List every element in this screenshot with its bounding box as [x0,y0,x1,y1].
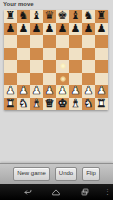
square-g7[interactable]: ♟ [82,23,95,36]
piece-black-pawn[interactable]: ♟ [71,23,81,35]
piece-white-rook[interactable]: ♜ [6,98,16,110]
square-c1[interactable]: ♝ [30,98,43,111]
square-e6[interactable] [56,35,69,48]
square-f1[interactable]: ♝ [69,98,82,111]
piece-black-pawn[interactable]: ♟ [45,23,55,35]
square-a7[interactable]: ♟ [4,23,17,36]
piece-white-pawn[interactable]: ♟ [97,85,107,97]
square-e2[interactable]: ♟ [56,85,69,98]
square-a5[interactable] [4,48,17,61]
square-b7[interactable]: ♟ [17,23,30,36]
square-e1[interactable]: ♚ [56,98,69,111]
square-b1[interactable]: ♞ [17,98,30,111]
back-icon[interactable] [23,187,33,197]
square-g1[interactable]: ♞ [82,98,95,111]
square-a8[interactable]: ♜ [4,10,17,23]
square-c2[interactable]: ♟ [30,85,43,98]
square-h4[interactable] [95,60,108,73]
piece-black-pawn[interactable]: ♟ [97,23,107,35]
square-d7[interactable]: ♟ [43,23,56,36]
chess-board: ♜♞♝♛♚♝♞♜♟♟♟♟♟♟♟♟♟♟♟♟♟♟♟♟♜♞♝♛♚♝♞♜ [4,10,108,110]
square-a4[interactable] [4,60,17,73]
square-f6[interactable] [69,35,82,48]
square-g8[interactable]: ♞ [82,10,95,23]
piece-white-bishop[interactable]: ♝ [71,98,81,110]
square-b4[interactable] [17,60,30,73]
menu-icon[interactable]: ⋮ [104,188,111,196]
square-g6[interactable] [82,35,95,48]
piece-black-pawn[interactable]: ♟ [32,23,42,35]
square-e5[interactable] [56,48,69,61]
piece-black-knight[interactable]: ♞ [84,10,94,22]
square-d2[interactable]: ♟ [43,85,56,98]
piece-white-pawn[interactable]: ♟ [71,85,81,97]
undo-button[interactable]: Undo [55,167,77,180]
piece-black-rook[interactable]: ♜ [97,10,107,22]
app-screen: Your move ♜♞♝♛♚♝♞♜♟♟♟♟♟♟♟♟♟♟♟♟♟♟♟♟♜♞♝♛♚♝… [0,0,113,200]
flip-button[interactable]: Flip [82,167,100,180]
square-h1[interactable]: ♜ [95,98,108,111]
piece-white-knight[interactable]: ♞ [19,98,29,110]
square-f2[interactable]: ♟ [69,85,82,98]
square-h6[interactable] [95,35,108,48]
square-c8[interactable]: ♝ [30,10,43,23]
recents-icon[interactable] [80,187,90,197]
square-f4[interactable] [69,60,82,73]
square-g4[interactable] [82,60,95,73]
square-h5[interactable] [95,48,108,61]
piece-black-pawn[interactable]: ♟ [58,23,68,35]
square-d4[interactable] [43,60,56,73]
square-f5[interactable] [69,48,82,61]
square-b6[interactable] [17,35,30,48]
square-f7[interactable]: ♟ [69,23,82,36]
piece-black-bishop[interactable]: ♝ [32,10,42,22]
square-c5[interactable] [30,48,43,61]
square-b5[interactable] [17,48,30,61]
square-a2[interactable]: ♟ [4,85,17,98]
square-d8[interactable]: ♛ [43,10,56,23]
piece-black-pawn[interactable]: ♟ [6,23,16,35]
piece-white-pawn[interactable]: ♟ [19,85,29,97]
android-nav-bar: ⋮ [0,184,113,200]
square-h8[interactable]: ♜ [95,10,108,23]
new-game-button[interactable]: New game [13,167,50,180]
square-h2[interactable]: ♟ [95,85,108,98]
square-d6[interactable] [43,35,56,48]
piece-black-knight[interactable]: ♞ [19,10,29,22]
piece-white-pawn[interactable]: ♟ [32,85,42,97]
piece-black-pawn[interactable]: ♟ [19,23,29,35]
square-e7[interactable]: ♟ [56,23,69,36]
home-icon[interactable] [51,187,61,197]
square-g2[interactable]: ♟ [82,85,95,98]
square-c7[interactable]: ♟ [30,23,43,36]
square-e4[interactable] [56,60,69,73]
square-c6[interactable] [30,35,43,48]
square-h7[interactable]: ♟ [95,23,108,36]
piece-black-pawn[interactable]: ♟ [84,23,94,35]
piece-white-pawn[interactable]: ♟ [45,85,55,97]
piece-white-knight[interactable]: ♞ [84,98,94,110]
square-b8[interactable]: ♞ [17,10,30,23]
square-a1[interactable]: ♜ [4,98,17,111]
piece-white-king[interactable]: ♚ [58,98,68,110]
square-d5[interactable] [43,48,56,61]
square-f8[interactable]: ♝ [69,10,82,23]
piece-white-pawn[interactable]: ♟ [58,85,68,97]
piece-white-queen[interactable]: ♛ [45,98,55,110]
square-a6[interactable] [4,35,17,48]
piece-white-pawn[interactable]: ♟ [84,85,94,97]
move-hint-dot [60,76,66,82]
move-hint-dot [60,63,66,69]
status-text: Your move [3,1,34,7]
square-c4[interactable] [30,60,43,73]
nav-buttons [0,187,113,197]
toolbar: New game Undo Flip [0,163,113,184]
square-e8[interactable]: ♚ [56,10,69,23]
piece-black-king[interactable]: ♚ [58,10,68,22]
square-d1[interactable]: ♛ [43,98,56,111]
piece-black-rook[interactable]: ♜ [6,10,16,22]
square-b2[interactable]: ♟ [17,85,30,98]
piece-black-queen[interactable]: ♛ [45,10,55,22]
square-g5[interactable] [82,48,95,61]
piece-black-bishop[interactable]: ♝ [71,10,81,22]
piece-white-pawn[interactable]: ♟ [6,85,16,97]
piece-white-bishop[interactable]: ♝ [32,98,42,110]
piece-white-rook[interactable]: ♜ [97,98,107,110]
